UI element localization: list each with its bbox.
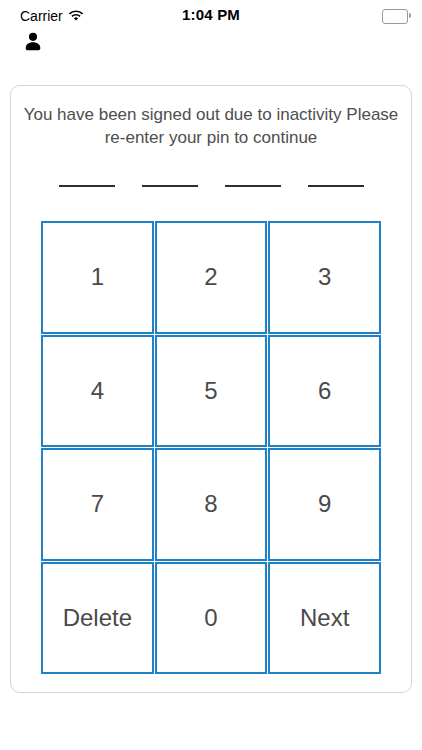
key-1[interactable]: 1 — [41, 221, 154, 334]
key-3[interactable]: 3 — [268, 221, 381, 334]
pin-slot-2 — [142, 179, 198, 187]
signed-out-message: You have been signed out due to inactivi… — [20, 103, 402, 149]
signed-out-card: You have been signed out due to inactivi… — [10, 85, 412, 693]
key-0[interactable]: 0 — [155, 562, 268, 675]
status-bar: Carrier 1:04 PM — [0, 0, 422, 28]
key-8[interactable]: 8 — [155, 448, 268, 561]
person-icon[interactable] — [22, 31, 44, 53]
pin-entry-row — [11, 179, 411, 187]
pin-slot-3 — [225, 179, 281, 187]
carrier-group: Carrier — [20, 8, 84, 24]
key-9[interactable]: 9 — [268, 448, 381, 561]
key-5[interactable]: 5 — [155, 335, 268, 448]
key-4[interactable]: 4 — [41, 335, 154, 448]
carrier-label: Carrier — [20, 8, 63, 24]
key-next[interactable]: Next — [268, 562, 381, 675]
pin-slot-4 — [308, 179, 364, 187]
pin-slot-1 — [59, 179, 115, 187]
key-6[interactable]: 6 — [268, 335, 381, 448]
key-7[interactable]: 7 — [41, 448, 154, 561]
key-delete[interactable]: Delete — [41, 562, 154, 675]
battery-icon — [382, 9, 408, 24]
wifi-icon — [68, 10, 84, 22]
key-2[interactable]: 2 — [155, 221, 268, 334]
pin-keypad: 1 2 3 4 5 6 7 8 9 Delete 0 Next — [41, 221, 381, 674]
